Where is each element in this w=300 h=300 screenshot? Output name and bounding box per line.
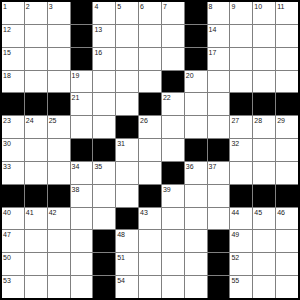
entry-cell-r10c12[interactable]: 45 xyxy=(253,208,275,230)
entry-cell-r12c13[interactable] xyxy=(276,253,298,275)
entry-cell-r4c4[interactable]: 19 xyxy=(71,71,93,93)
entry-cell-r8c10[interactable]: 37 xyxy=(208,162,230,184)
entry-cell-r10c4[interactable] xyxy=(71,208,93,230)
blocked-cell-r7c9 xyxy=(185,139,207,161)
blocked-cell-r3c4 xyxy=(71,48,93,70)
entry-cell-r2c6[interactable] xyxy=(116,25,138,47)
entry-cell-r9c4[interactable]: 38 xyxy=(71,185,93,207)
entry-cell-r1c7[interactable]: 6 xyxy=(139,2,161,24)
clue-number-37: 37 xyxy=(209,162,217,171)
entry-cell-r4c1[interactable]: 18 xyxy=(2,71,24,93)
clue-number-6: 6 xyxy=(140,2,144,11)
entry-cell-r2c5[interactable]: 13 xyxy=(93,25,115,47)
entry-cell-r13c9[interactable] xyxy=(185,276,207,298)
entry-cell-r6c1[interactable]: 23 xyxy=(2,116,24,138)
entry-cell-r13c3[interactable] xyxy=(48,276,70,298)
entry-cell-r10c13[interactable]: 46 xyxy=(276,208,298,230)
clue-number-45: 45 xyxy=(254,208,262,217)
entry-cell-r10c1[interactable]: 40 xyxy=(2,208,24,230)
entry-cell-r11c8[interactable] xyxy=(162,230,184,252)
entry-cell-r5c4[interactable]: 21 xyxy=(71,93,93,115)
entry-cell-r8c4[interactable]: 34 xyxy=(71,162,93,184)
clue-number-30: 30 xyxy=(3,139,11,148)
entry-cell-r2c7[interactable] xyxy=(139,25,161,47)
blocked-cell-r5c13 xyxy=(276,93,298,115)
clue-number-21: 21 xyxy=(72,93,80,102)
entry-cell-r3c11[interactable] xyxy=(230,48,252,70)
blocked-cell-r12c5 xyxy=(93,253,115,275)
entry-cell-r2c3[interactable] xyxy=(48,25,70,47)
entry-cell-r8c13[interactable] xyxy=(276,162,298,184)
entry-cell-r1c12[interactable]: 10 xyxy=(253,2,275,24)
entry-cell-r11c1[interactable]: 47 xyxy=(2,230,24,252)
entry-cell-r11c12[interactable] xyxy=(253,230,275,252)
entry-cell-r6c12[interactable]: 28 xyxy=(253,116,275,138)
blocked-cell-r9c3 xyxy=(48,185,70,207)
entry-cell-r12c3[interactable] xyxy=(48,253,70,275)
clue-number-4: 4 xyxy=(94,2,98,11)
clue-number-13: 13 xyxy=(94,25,102,34)
entry-cell-r6c11[interactable]: 27 xyxy=(230,116,252,138)
entry-cell-r3c12[interactable] xyxy=(253,48,275,70)
entry-cell-r10c9[interactable] xyxy=(185,208,207,230)
clue-number-2: 2 xyxy=(26,2,30,11)
entry-cell-r2c13[interactable] xyxy=(276,25,298,47)
clue-number-22: 22 xyxy=(163,93,171,102)
entry-cell-r5c5[interactable] xyxy=(93,93,115,115)
clue-number-14: 14 xyxy=(209,25,217,34)
entry-cell-r12c9[interactable] xyxy=(185,253,207,275)
entry-cell-r4c13[interactable] xyxy=(276,71,298,93)
clue-number-49: 49 xyxy=(231,230,239,239)
blocked-cell-r12c10 xyxy=(208,253,230,275)
entry-cell-r10c2[interactable]: 41 xyxy=(25,208,47,230)
entry-cell-r4c7[interactable] xyxy=(139,71,161,93)
entry-cell-r1c2[interactable]: 2 xyxy=(25,2,47,24)
clue-number-29: 29 xyxy=(277,116,285,125)
clue-number-3: 3 xyxy=(49,2,53,11)
clue-number-52: 52 xyxy=(231,253,239,262)
entry-cell-r9c9[interactable] xyxy=(185,185,207,207)
clue-number-43: 43 xyxy=(140,208,148,217)
clue-number-51: 51 xyxy=(117,253,125,262)
entry-cell-r6c10[interactable] xyxy=(208,116,230,138)
clue-number-10: 10 xyxy=(254,2,262,11)
entry-cell-r7c7[interactable] xyxy=(139,139,161,161)
entry-cell-r4c9[interactable]: 20 xyxy=(185,71,207,93)
entry-cell-r13c8[interactable] xyxy=(162,276,184,298)
entry-cell-r12c12[interactable] xyxy=(253,253,275,275)
entry-cell-r4c2[interactable] xyxy=(25,71,47,93)
entry-cell-r3c5[interactable]: 16 xyxy=(93,48,115,70)
blocked-cell-r4c8 xyxy=(162,71,184,93)
entry-cell-r13c11[interactable]: 55 xyxy=(230,276,252,298)
entry-cell-r4c5[interactable] xyxy=(93,71,115,93)
clue-number-53: 53 xyxy=(3,276,11,285)
entry-cell-r4c12[interactable] xyxy=(253,71,275,93)
entry-cell-r11c4[interactable] xyxy=(71,230,93,252)
clue-number-40: 40 xyxy=(3,208,11,217)
entry-cell-r8c12[interactable] xyxy=(253,162,275,184)
entry-cell-r11c13[interactable] xyxy=(276,230,298,252)
clue-number-27: 27 xyxy=(231,116,239,125)
blocked-cell-r11c5 xyxy=(93,230,115,252)
entry-cell-r11c2[interactable] xyxy=(25,230,47,252)
entry-cell-r9c8[interactable]: 39 xyxy=(162,185,184,207)
clue-number-7: 7 xyxy=(163,2,167,11)
entry-cell-r13c1[interactable]: 53 xyxy=(2,276,24,298)
entry-cell-r6c4[interactable] xyxy=(71,116,93,138)
entry-cell-r6c9[interactable] xyxy=(185,116,207,138)
blocked-cell-r13c5 xyxy=(93,276,115,298)
crossword-grid: 1234567891011121314151617181920212223242… xyxy=(0,0,300,300)
entry-cell-r3c6[interactable] xyxy=(116,48,138,70)
blocked-cell-r9c7 xyxy=(139,185,161,207)
clue-number-15: 15 xyxy=(3,48,11,57)
blocked-cell-r1c9 xyxy=(185,2,207,24)
clue-number-25: 25 xyxy=(49,116,57,125)
entry-cell-r1c5[interactable]: 4 xyxy=(93,2,115,24)
entry-cell-r11c9[interactable] xyxy=(185,230,207,252)
clue-number-44: 44 xyxy=(231,208,239,217)
entry-cell-r2c8[interactable] xyxy=(162,25,184,47)
entry-cell-r7c3[interactable] xyxy=(48,139,70,161)
entry-cell-r5c10[interactable] xyxy=(208,93,230,115)
entry-cell-r10c11[interactable]: 44 xyxy=(230,208,252,230)
clue-number-55: 55 xyxy=(231,276,239,285)
entry-cell-r10c5[interactable] xyxy=(93,208,115,230)
entry-cell-r11c6[interactable]: 48 xyxy=(116,230,138,252)
entry-cell-r13c6[interactable]: 54 xyxy=(116,276,138,298)
entry-cell-r12c2[interactable] xyxy=(25,253,47,275)
entry-cell-r7c13[interactable] xyxy=(276,139,298,161)
clue-number-41: 41 xyxy=(26,208,34,217)
entry-cell-r1c6[interactable]: 5 xyxy=(116,2,138,24)
clue-number-54: 54 xyxy=(117,276,125,285)
entry-cell-r8c11[interactable] xyxy=(230,162,252,184)
entry-cell-r9c10[interactable] xyxy=(208,185,230,207)
blocked-cell-r9c11 xyxy=(230,185,252,207)
blocked-cell-r1c4 xyxy=(71,2,93,24)
entry-cell-r8c9[interactable]: 36 xyxy=(185,162,207,184)
entry-cell-r1c10[interactable]: 8 xyxy=(208,2,230,24)
entry-cell-r6c13[interactable]: 29 xyxy=(276,116,298,138)
entry-cell-r3c1[interactable]: 15 xyxy=(2,48,24,70)
entry-cell-r10c10[interactable] xyxy=(208,208,230,230)
entry-cell-r12c6[interactable]: 51 xyxy=(116,253,138,275)
entry-cell-r1c3[interactable]: 3 xyxy=(48,2,70,24)
clue-number-5: 5 xyxy=(117,2,121,11)
entry-cell-r13c7[interactable] xyxy=(139,276,161,298)
blocked-cell-r13c10 xyxy=(208,276,230,298)
clue-number-9: 9 xyxy=(231,2,235,11)
blocked-cell-r5c1 xyxy=(2,93,24,115)
blocked-cell-r2c9 xyxy=(185,25,207,47)
entry-cell-r2c10[interactable]: 14 xyxy=(208,25,230,47)
entry-cell-r3c3[interactable] xyxy=(48,48,70,70)
clue-number-8: 8 xyxy=(209,2,213,11)
entry-cell-r7c1[interactable]: 30 xyxy=(2,139,24,161)
entry-cell-r4c11[interactable] xyxy=(230,71,252,93)
entry-cell-r6c5[interactable] xyxy=(93,116,115,138)
entry-cell-r7c12[interactable] xyxy=(253,139,275,161)
entry-cell-r6c8[interactable] xyxy=(162,116,184,138)
entry-cell-r4c3[interactable] xyxy=(48,71,70,93)
clue-number-1: 1 xyxy=(3,2,7,11)
entry-cell-r8c2[interactable] xyxy=(25,162,47,184)
clue-number-31: 31 xyxy=(117,139,125,148)
entry-cell-r3c13[interactable] xyxy=(276,48,298,70)
entry-cell-r6c7[interactable]: 26 xyxy=(139,116,161,138)
clue-number-38: 38 xyxy=(72,185,80,194)
entry-cell-r8c3[interactable] xyxy=(48,162,70,184)
entry-cell-r13c4[interactable] xyxy=(71,276,93,298)
clue-number-32: 32 xyxy=(231,139,239,148)
entry-cell-r3c10[interactable]: 17 xyxy=(208,48,230,70)
clue-number-50: 50 xyxy=(3,253,11,262)
entry-cell-r1c1[interactable]: 1 xyxy=(2,2,24,24)
blocked-cell-r3c9 xyxy=(185,48,207,70)
entry-cell-r7c6[interactable]: 31 xyxy=(116,139,138,161)
clue-number-16: 16 xyxy=(94,48,102,57)
entry-cell-r9c5[interactable] xyxy=(93,185,115,207)
entry-cell-r4c6[interactable] xyxy=(116,71,138,93)
entry-cell-r2c1[interactable]: 12 xyxy=(2,25,24,47)
entry-cell-r6c3[interactable]: 25 xyxy=(48,116,70,138)
blocked-cell-r5c3 xyxy=(48,93,70,115)
entry-cell-r3c2[interactable] xyxy=(25,48,47,70)
blocked-cell-r5c7 xyxy=(139,93,161,115)
blocked-cell-r9c13 xyxy=(276,185,298,207)
blocked-cell-r6c6 xyxy=(116,116,138,138)
entry-cell-r7c11[interactable]: 32 xyxy=(230,139,252,161)
entry-cell-r7c2[interactable] xyxy=(25,139,47,161)
blocked-cell-r5c11 xyxy=(230,93,252,115)
clue-number-48: 48 xyxy=(117,230,125,239)
blocked-cell-r9c12 xyxy=(253,185,275,207)
entry-cell-r7c8[interactable] xyxy=(162,139,184,161)
entry-cell-r1c13[interactable]: 11 xyxy=(276,2,298,24)
clue-number-17: 17 xyxy=(209,48,217,57)
entry-cell-r8c7[interactable] xyxy=(139,162,161,184)
clue-number-46: 46 xyxy=(277,208,285,217)
entry-cell-r10c7[interactable]: 43 xyxy=(139,208,161,230)
blocked-cell-r7c4 xyxy=(71,139,93,161)
clue-number-20: 20 xyxy=(186,71,194,80)
entry-cell-r8c1[interactable]: 33 xyxy=(2,162,24,184)
blocked-cell-r11c10 xyxy=(208,230,230,252)
entry-cell-r12c1[interactable]: 50 xyxy=(2,253,24,275)
clue-number-36: 36 xyxy=(186,162,194,171)
entry-cell-r13c12[interactable] xyxy=(253,276,275,298)
entry-cell-r11c3[interactable] xyxy=(48,230,70,252)
entry-cell-r10c3[interactable]: 42 xyxy=(48,208,70,230)
clue-number-33: 33 xyxy=(3,162,11,171)
blocked-cell-r5c12 xyxy=(253,93,275,115)
entry-cell-r8c5[interactable]: 35 xyxy=(93,162,115,184)
entry-cell-r11c11[interactable]: 49 xyxy=(230,230,252,252)
clue-number-28: 28 xyxy=(254,116,262,125)
clue-number-24: 24 xyxy=(26,116,34,125)
entry-cell-r6c2[interactable]: 24 xyxy=(25,116,47,138)
entry-cell-r5c6[interactable] xyxy=(116,93,138,115)
clue-number-23: 23 xyxy=(3,116,11,125)
clue-number-35: 35 xyxy=(94,162,102,171)
clue-number-47: 47 xyxy=(3,230,11,239)
blocked-cell-r9c2 xyxy=(25,185,47,207)
blocked-cell-r9c1 xyxy=(2,185,24,207)
clue-number-19: 19 xyxy=(72,71,80,80)
entry-cell-r2c12[interactable] xyxy=(253,25,275,47)
entry-cell-r12c7[interactable] xyxy=(139,253,161,275)
entry-cell-r13c13[interactable] xyxy=(276,276,298,298)
entry-cell-r12c4[interactable] xyxy=(71,253,93,275)
blocked-cell-r10c6 xyxy=(116,208,138,230)
entry-cell-r1c11[interactable]: 9 xyxy=(230,2,252,24)
clue-number-18: 18 xyxy=(3,71,11,80)
blocked-cell-r2c4 xyxy=(71,25,93,47)
entry-cell-r8c6[interactable] xyxy=(116,162,138,184)
blocked-cell-r7c10 xyxy=(208,139,230,161)
clue-number-26: 26 xyxy=(140,116,148,125)
clue-number-12: 12 xyxy=(3,25,11,34)
clue-number-11: 11 xyxy=(277,2,284,11)
entry-cell-r9c6[interactable] xyxy=(116,185,138,207)
clue-number-42: 42 xyxy=(49,208,57,217)
entry-cell-r12c8[interactable] xyxy=(162,253,184,275)
entry-cell-r13c2[interactable] xyxy=(25,276,47,298)
entry-cell-r3c7[interactable] xyxy=(139,48,161,70)
entry-cell-r12c11[interactable]: 52 xyxy=(230,253,252,275)
blocked-cell-r7c5 xyxy=(93,139,115,161)
entry-cell-r5c9[interactable] xyxy=(185,93,207,115)
entry-cell-r5c8[interactable]: 22 xyxy=(162,93,184,115)
clue-number-39: 39 xyxy=(163,185,171,194)
blocked-cell-r8c8 xyxy=(162,162,184,184)
entry-cell-r4c10[interactable] xyxy=(208,71,230,93)
entry-cell-r2c2[interactable] xyxy=(25,25,47,47)
entry-cell-r11c7[interactable] xyxy=(139,230,161,252)
entry-cell-r10c8[interactable] xyxy=(162,208,184,230)
blocked-cell-r5c2 xyxy=(25,93,47,115)
entry-cell-r2c11[interactable] xyxy=(230,25,252,47)
entry-cell-r1c8[interactable]: 7 xyxy=(162,2,184,24)
clue-number-34: 34 xyxy=(72,162,80,171)
entry-cell-r3c8[interactable] xyxy=(162,48,184,70)
